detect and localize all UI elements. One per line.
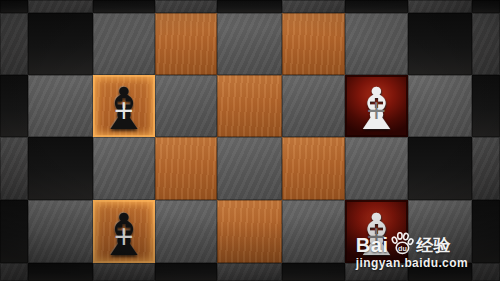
bishop-cross-marking: + <box>113 97 135 123</box>
square-r4c1[interactable] <box>28 200 93 263</box>
square-r2c1[interactable] <box>28 75 93 137</box>
square-r5c0[interactable] <box>0 263 28 281</box>
square-r2c7[interactable] <box>408 75 472 137</box>
square-r1c3[interactable] <box>155 13 217 75</box>
bishop-cross-marking: + <box>113 223 135 249</box>
square-r4c5[interactable] <box>282 200 345 263</box>
square-r3c7[interactable] <box>408 137 472 200</box>
square-r0c2[interactable] <box>93 0 155 13</box>
square-r0c6[interactable] <box>345 0 408 13</box>
chess-board: Bai du 经验 jingyan.baidu.com ♝+♝+♝+♝+ <box>0 0 500 281</box>
baidu-logo: Bai du 经验 <box>356 232 468 254</box>
square-r3c8[interactable] <box>472 137 500 200</box>
square-r5c8[interactable] <box>472 263 500 281</box>
baidu-paw-du-text: du <box>398 244 407 253</box>
square-r4c2[interactable]: ♝+ <box>93 200 155 263</box>
square-r3c0[interactable] <box>0 137 28 200</box>
square-r5c3[interactable] <box>155 263 217 281</box>
square-r3c1[interactable] <box>28 137 93 200</box>
square-r2c3[interactable] <box>155 75 217 137</box>
square-r2c8[interactable] <box>472 75 500 137</box>
square-r3c4[interactable] <box>217 137 282 200</box>
bishop-cross-marking: + <box>366 97 388 123</box>
square-r5c1[interactable] <box>28 263 93 281</box>
jingyan-url: jingyan.baidu.com <box>356 256 468 270</box>
square-r4c4[interactable] <box>217 200 282 263</box>
square-r1c1[interactable] <box>28 13 93 75</box>
black-bishop[interactable]: ♝+ <box>93 200 155 263</box>
square-r5c4[interactable] <box>217 263 282 281</box>
baidu-jingyan-watermark: Bai du 经验 jingyan.baidu.com <box>356 232 468 270</box>
square-r2c4[interactable] <box>217 75 282 137</box>
square-r5c5[interactable] <box>282 263 345 281</box>
square-r1c5[interactable] <box>282 13 345 75</box>
square-r0c5[interactable] <box>282 0 345 13</box>
square-r0c8[interactable] <box>472 0 500 13</box>
square-r3c6[interactable] <box>345 137 408 200</box>
black-bishop[interactable]: ♝+ <box>93 75 155 137</box>
square-r1c4[interactable] <box>217 13 282 75</box>
baidu-paw-icon: du <box>390 232 414 255</box>
square-r2c5[interactable] <box>282 75 345 137</box>
baidu-logo-text-bai: Bai <box>356 236 389 254</box>
square-r4c0[interactable] <box>0 200 28 263</box>
square-r2c0[interactable] <box>0 75 28 137</box>
square-r3c5[interactable] <box>282 137 345 200</box>
baidu-logo-text-jingyan: 经验 <box>416 237 450 254</box>
white-bishop[interactable]: ♝+ <box>345 75 408 137</box>
square-r3c2[interactable] <box>93 137 155 200</box>
square-r4c3[interactable] <box>155 200 217 263</box>
square-r1c7[interactable] <box>408 13 472 75</box>
square-r2c2[interactable]: ♝+ <box>93 75 155 137</box>
square-r0c4[interactable] <box>217 0 282 13</box>
square-r0c7[interactable] <box>408 0 472 13</box>
square-r1c6[interactable] <box>345 13 408 75</box>
square-r0c1[interactable] <box>28 0 93 13</box>
square-r4c8[interactable] <box>472 200 500 263</box>
square-r1c8[interactable] <box>472 13 500 75</box>
square-r0c3[interactable] <box>155 0 217 13</box>
square-r1c2[interactable] <box>93 13 155 75</box>
square-r0c0[interactable] <box>0 0 28 13</box>
square-r2c6[interactable]: ♝+ <box>345 75 408 137</box>
square-r1c0[interactable] <box>0 13 28 75</box>
square-r3c3[interactable] <box>155 137 217 200</box>
